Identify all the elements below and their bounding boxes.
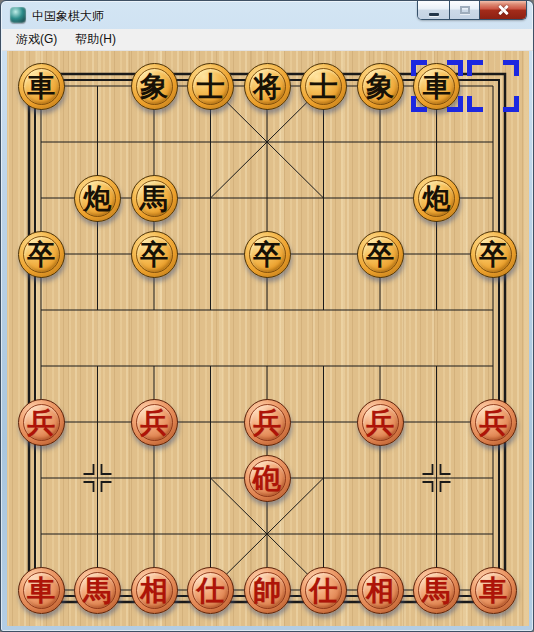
board[interactable]: 車象士将士象車炮馬炮卒卒卒卒卒兵兵兵兵兵砲車馬相仕帥仕相馬車 <box>7 51 529 626</box>
board-point-i4[interactable] <box>465 282 522 338</box>
board-point-e5[interactable] <box>239 338 296 394</box>
piece-glyph: 象 <box>140 73 168 101</box>
board-point-i7[interactable] <box>465 450 522 506</box>
board-point-a5[interactable] <box>13 338 70 394</box>
piece-glyph: 馬 <box>84 577 112 605</box>
board-point-g4[interactable] <box>352 282 409 338</box>
piece-glyph: 炮 <box>423 185 451 213</box>
piece-glyph: 相 <box>140 577 168 605</box>
board-point-e6[interactable]: 兵 <box>239 394 296 450</box>
board-point-f1[interactable] <box>295 114 352 170</box>
piece-glyph: 兵 <box>253 409 281 437</box>
board-point-d0[interactable]: 士 <box>182 58 239 114</box>
board-point-c3[interactable]: 卒 <box>126 226 183 282</box>
board-point-i2[interactable] <box>465 170 522 226</box>
piece-grid: 車象士将士象車炮馬炮卒卒卒卒卒兵兵兵兵兵砲車馬相仕帥仕相馬車 <box>13 58 522 618</box>
piece-glyph: 卒 <box>366 241 394 269</box>
board-point-h1[interactable] <box>408 114 465 170</box>
board-point-b7[interactable] <box>69 450 126 506</box>
board-point-i9[interactable]: 車 <box>465 562 522 618</box>
piece-glyph: 仕 <box>310 577 338 605</box>
piece-red-soldier[interactable]: 兵 <box>244 399 291 446</box>
board-point-i3[interactable]: 卒 <box>465 226 522 282</box>
board-point-b3[interactable] <box>69 226 126 282</box>
piece-black-advisor[interactable]: 士 <box>187 63 234 110</box>
board-point-e2[interactable] <box>239 170 296 226</box>
board-point-g5[interactable] <box>352 338 409 394</box>
board-point-a3[interactable]: 卒 <box>13 226 70 282</box>
piece-glyph: 車 <box>479 577 507 605</box>
board-point-h2[interactable]: 炮 <box>408 170 465 226</box>
board-point-e9[interactable]: 帥 <box>239 562 296 618</box>
board-point-i8[interactable] <box>465 506 522 562</box>
board-point-c0[interactable]: 象 <box>126 58 183 114</box>
board-point-a7[interactable] <box>13 450 70 506</box>
board-point-a9[interactable]: 車 <box>13 562 70 618</box>
piece-glyph: 相 <box>366 577 394 605</box>
title-bar[interactable]: 中国象棋大师 <box>1 1 533 29</box>
board-point-b9[interactable]: 馬 <box>69 562 126 618</box>
board-point-b6[interactable] <box>69 394 126 450</box>
board-point-e8[interactable] <box>239 506 296 562</box>
board-point-a2[interactable] <box>13 170 70 226</box>
piece-glyph: 卒 <box>479 241 507 269</box>
piece-black-elephant[interactable]: 象 <box>357 63 404 110</box>
board-point-c5[interactable] <box>126 338 183 394</box>
board-point-d5[interactable] <box>182 338 239 394</box>
piece-red-horse[interactable]: 馬 <box>74 567 121 614</box>
piece-glyph: 砲 <box>253 465 281 493</box>
board-point-a0[interactable]: 車 <box>13 58 70 114</box>
piece-glyph: 兵 <box>479 409 507 437</box>
board-point-d1[interactable] <box>182 114 239 170</box>
board-point-h5[interactable] <box>408 338 465 394</box>
board-point-g9[interactable]: 相 <box>352 562 409 618</box>
piece-black-soldier[interactable]: 卒 <box>131 231 178 278</box>
board-point-d2[interactable] <box>182 170 239 226</box>
board-point-h4[interactable] <box>408 282 465 338</box>
board-point-f7[interactable] <box>295 450 352 506</box>
board-point-i6[interactable]: 兵 <box>465 394 522 450</box>
board-point-c1[interactable] <box>126 114 183 170</box>
piece-black-soldier[interactable]: 卒 <box>18 231 65 278</box>
board-point-g8[interactable] <box>352 506 409 562</box>
board-point-b5[interactable] <box>69 338 126 394</box>
board-point-b8[interactable] <box>69 506 126 562</box>
board-point-f9[interactable]: 仕 <box>295 562 352 618</box>
board-point-f0[interactable]: 士 <box>295 58 352 114</box>
caption-buttons <box>417 1 527 20</box>
board-point-d6[interactable] <box>182 394 239 450</box>
piece-glyph: 車 <box>27 73 55 101</box>
board-point-i1[interactable] <box>465 114 522 170</box>
board-point-b0[interactable] <box>69 58 126 114</box>
piece-glyph: 卒 <box>27 241 55 269</box>
piece-red-cannon[interactable]: 砲 <box>244 455 291 502</box>
board-point-f8[interactable] <box>295 506 352 562</box>
piece-black-general[interactable]: 将 <box>244 63 291 110</box>
piece-glyph: 士 <box>197 73 225 101</box>
board-point-f3[interactable] <box>295 226 352 282</box>
app-icon <box>10 7 26 23</box>
menu-bar: 游戏(G) 帮助(H) <box>2 29 534 51</box>
board-point-f5[interactable] <box>295 338 352 394</box>
piece-glyph: 馬 <box>423 577 451 605</box>
board-point-d9[interactable]: 仕 <box>182 562 239 618</box>
board-point-e7[interactable]: 砲 <box>239 450 296 506</box>
board-point-a4[interactable] <box>13 282 70 338</box>
window-title: 中国象棋大师 <box>32 8 104 25</box>
board-point-i0[interactable] <box>465 58 522 114</box>
board-point-g2[interactable] <box>352 170 409 226</box>
close-button[interactable] <box>480 1 526 19</box>
piece-glyph: 車 <box>27 577 55 605</box>
piece-glyph: 卒 <box>253 241 281 269</box>
piece-glyph: 兵 <box>140 409 168 437</box>
piece-black-horse[interactable]: 馬 <box>131 175 178 222</box>
board-point-c2[interactable]: 馬 <box>126 170 183 226</box>
piece-red-general[interactable]: 帥 <box>244 567 291 614</box>
piece-glyph: 将 <box>253 73 281 101</box>
piece-glyph: 炮 <box>84 185 112 213</box>
piece-red-soldier[interactable]: 兵 <box>18 399 65 446</box>
piece-red-advisor[interactable]: 仕 <box>187 567 234 614</box>
piece-black-advisor[interactable]: 士 <box>300 63 347 110</box>
board-point-c6[interactable]: 兵 <box>126 394 183 450</box>
piece-black-chariot[interactable]: 車 <box>413 63 460 110</box>
board-point-g3[interactable]: 卒 <box>352 226 409 282</box>
board-point-h3[interactable] <box>408 226 465 282</box>
piece-black-soldier[interactable]: 卒 <box>470 231 517 278</box>
board-point-e1[interactable] <box>239 114 296 170</box>
piece-black-cannon[interactable]: 炮 <box>74 175 121 222</box>
window: 中国象棋大师 游戏(G) 帮助(H) 車象士将士象車炮馬炮卒卒卒卒卒兵兵兵兵兵砲… <box>0 0 534 632</box>
board-point-a6[interactable]: 兵 <box>13 394 70 450</box>
piece-glyph: 卒 <box>140 241 168 269</box>
piece-red-soldier[interactable]: 兵 <box>357 399 404 446</box>
piece-red-soldier[interactable]: 兵 <box>131 399 178 446</box>
board-point-b4[interactable] <box>69 282 126 338</box>
piece-black-soldier[interactable]: 卒 <box>357 231 404 278</box>
board-point-g7[interactable] <box>352 450 409 506</box>
piece-black-soldier[interactable]: 卒 <box>244 231 291 278</box>
piece-black-cannon[interactable]: 炮 <box>413 175 460 222</box>
board-point-d4[interactable] <box>182 282 239 338</box>
board-point-i5[interactable] <box>465 338 522 394</box>
board-point-c9[interactable]: 相 <box>126 562 183 618</box>
maximize-icon <box>460 6 470 14</box>
board-point-g1[interactable] <box>352 114 409 170</box>
board-point-d8[interactable] <box>182 506 239 562</box>
close-icon <box>497 4 509 16</box>
piece-glyph: 馬 <box>140 185 168 213</box>
board-point-h8[interactable] <box>408 506 465 562</box>
piece-red-elephant[interactable]: 相 <box>131 567 178 614</box>
piece-glyph: 仕 <box>197 577 225 605</box>
board-point-h7[interactable] <box>408 450 465 506</box>
minimize-icon <box>429 13 439 16</box>
piece-red-advisor[interactable]: 仕 <box>300 567 347 614</box>
minimize-button[interactable] <box>418 1 450 19</box>
piece-glyph: 帥 <box>253 577 281 605</box>
board-point-h0[interactable]: 車 <box>408 58 465 114</box>
board-point-c4[interactable] <box>126 282 183 338</box>
board-point-g6[interactable]: 兵 <box>352 394 409 450</box>
piece-red-soldier[interactable]: 兵 <box>470 399 517 446</box>
board-point-c7[interactable] <box>126 450 183 506</box>
piece-glyph: 兵 <box>27 409 55 437</box>
board-point-g0[interactable]: 象 <box>352 58 409 114</box>
maximize-button[interactable] <box>450 1 480 19</box>
piece-black-elephant[interactable]: 象 <box>131 63 178 110</box>
board-point-e0[interactable]: 将 <box>239 58 296 114</box>
piece-red-elephant[interactable]: 相 <box>357 567 404 614</box>
board-point-c8[interactable] <box>126 506 183 562</box>
board-point-h9[interactable]: 馬 <box>408 562 465 618</box>
piece-black-chariot[interactable]: 車 <box>18 63 65 110</box>
board-point-e4[interactable] <box>239 282 296 338</box>
board-point-b2[interactable]: 炮 <box>69 170 126 226</box>
board-point-e3[interactable]: 卒 <box>239 226 296 282</box>
board-point-f2[interactable] <box>295 170 352 226</box>
piece-glyph: 士 <box>310 73 338 101</box>
piece-red-chariot[interactable]: 車 <box>470 567 517 614</box>
board-point-d7[interactable] <box>182 450 239 506</box>
board-point-f6[interactable] <box>295 394 352 450</box>
board-point-d3[interactable] <box>182 226 239 282</box>
menu-item-game[interactable]: 游戏(G) <box>7 28 66 51</box>
piece-red-chariot[interactable]: 車 <box>18 567 65 614</box>
board-point-h6[interactable] <box>408 394 465 450</box>
piece-red-horse[interactable]: 馬 <box>413 567 460 614</box>
board-point-a8[interactable] <box>13 506 70 562</box>
menu-item-help[interactable]: 帮助(H) <box>66 28 125 51</box>
piece-glyph: 兵 <box>366 409 394 437</box>
board-point-a1[interactable] <box>13 114 70 170</box>
board-point-b1[interactable] <box>69 114 126 170</box>
piece-glyph: 車 <box>423 73 451 101</box>
piece-glyph: 象 <box>366 73 394 101</box>
board-point-f4[interactable] <box>295 282 352 338</box>
